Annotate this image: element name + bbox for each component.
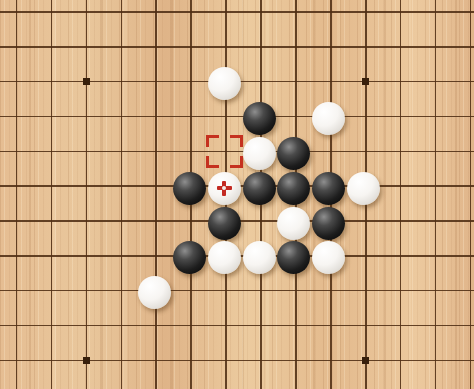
- black-stone: [312, 207, 345, 240]
- white-stone: [312, 241, 345, 274]
- grid-line-vertical: [121, 0, 123, 389]
- grid-line-vertical: [155, 0, 157, 389]
- cursor-corner-br: [230, 156, 243, 168]
- black-stone: [277, 172, 310, 205]
- grid-line-vertical: [400, 0, 402, 389]
- grid-line-vertical: [470, 0, 472, 389]
- grid-line-horizontal: [0, 360, 474, 362]
- black-stone: [173, 241, 206, 274]
- black-stone: [277, 241, 310, 274]
- cursor-corner-bl: [206, 156, 219, 168]
- black-stone: [243, 102, 276, 135]
- black-stone: [173, 172, 206, 205]
- black-stone: [208, 207, 241, 240]
- grid-line-vertical: [16, 0, 18, 389]
- white-stone: [347, 172, 380, 205]
- white-stone: [208, 67, 241, 100]
- grid-line-horizontal: [0, 11, 474, 13]
- cursor-corner-tr: [230, 135, 243, 147]
- star-point: [83, 78, 90, 85]
- grid-line-vertical: [435, 0, 437, 389]
- white-stone: [243, 241, 276, 274]
- star-point: [362, 78, 369, 85]
- white-stone: [243, 137, 276, 170]
- black-stone: [277, 137, 310, 170]
- grid-line-horizontal: [0, 290, 474, 292]
- black-stone: [243, 172, 276, 205]
- white-stone: [277, 207, 310, 240]
- white-stone: [138, 276, 171, 309]
- white-stone: [312, 102, 345, 135]
- cursor-marker[interactable]: [206, 135, 243, 168]
- grid-line-vertical: [86, 0, 88, 389]
- goban[interactable]: [0, 0, 474, 389]
- grid-line-horizontal: [0, 325, 474, 327]
- last-move-marker: [217, 181, 232, 196]
- black-stone: [312, 172, 345, 205]
- grid-line-vertical: [51, 0, 53, 389]
- grid-line-horizontal: [0, 116, 474, 118]
- white-stone: [208, 241, 241, 274]
- grid-line-horizontal: [0, 46, 474, 48]
- cursor-corner-tl: [206, 135, 219, 147]
- star-point: [362, 357, 369, 364]
- star-point: [83, 357, 90, 364]
